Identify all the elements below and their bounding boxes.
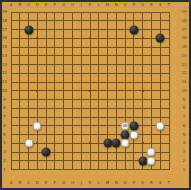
stone-white-O6: 88 — [121, 121, 130, 130]
row-label-left-7: 7 — [3, 115, 6, 119]
col-label-top-B: B — [18, 3, 21, 7]
col-label-bottom-F: F — [54, 181, 56, 185]
col-label-bottom-G: G — [62, 181, 65, 185]
stone-black-P6 — [129, 121, 138, 130]
col-label-top-M: M — [106, 3, 109, 7]
grid-hline-7 — [11, 117, 170, 118]
stone-black-M4 — [103, 139, 112, 148]
row-label-left-19: 19 — [2, 10, 7, 14]
col-label-top-A: A — [10, 3, 13, 7]
row-label-right-1: 1 — [183, 168, 186, 172]
row-label-left-5: 5 — [3, 133, 6, 137]
star-point-Q4 — [142, 142, 144, 144]
col-label-bottom-T: T — [168, 181, 170, 185]
col-label-top-F: F — [54, 3, 56, 7]
row-label-right-19: 19 — [181, 10, 186, 14]
row-label-left-3: 3 — [3, 150, 6, 154]
grid-vline-R — [151, 12, 152, 171]
col-label-bottom-Q: Q — [141, 181, 144, 185]
star-point-Q16 — [142, 37, 144, 39]
col-label-top-E: E — [45, 3, 48, 7]
row-label-left-13: 13 — [2, 63, 7, 67]
row-label-right-13: 13 — [181, 63, 186, 67]
col-label-bottom-D: D — [36, 181, 39, 185]
star-point-Q10 — [142, 90, 144, 92]
go-board[interactable]: AA1919BB1818CC1717DD1616EE1515FF1414GG13… — [2, 2, 189, 188]
col-label-top-D: D — [36, 3, 39, 7]
row-label-left-12: 12 — [2, 71, 7, 75]
col-label-bottom-K: K — [89, 181, 92, 185]
stone-white-S6 — [156, 121, 165, 130]
go-board-frame: AA1919BB1818CC1717DD1616EE1515FF1414GG13… — [0, 0, 191, 190]
stone-white-R2 — [147, 156, 156, 165]
stone-black-S16 — [156, 34, 165, 43]
row-label-right-6: 6 — [183, 124, 186, 128]
row-label-right-3: 3 — [183, 150, 186, 154]
col-label-top-O: O — [124, 3, 127, 7]
col-label-top-C: C — [27, 3, 30, 7]
col-label-bottom-M: M — [106, 181, 109, 185]
row-label-left-4: 4 — [3, 141, 6, 145]
col-label-top-J: J — [81, 3, 82, 7]
row-label-right-16: 16 — [181, 36, 186, 40]
stone-black-C17 — [24, 25, 33, 34]
grid-hline-8 — [11, 108, 170, 109]
stone-black-Q2 — [138, 156, 147, 165]
row-label-right-18: 18 — [181, 19, 186, 23]
row-label-right-15: 15 — [181, 45, 186, 49]
col-label-bottom-L: L — [98, 181, 100, 185]
grid-hline-9 — [11, 99, 170, 100]
stone-white-C4 — [24, 139, 33, 148]
stone-white-P5 — [129, 130, 138, 139]
grid-hline-3 — [11, 152, 170, 153]
grid-vline-P — [133, 12, 134, 171]
star-point-K10 — [89, 90, 91, 92]
stone-black-O5 — [121, 130, 130, 139]
col-label-top-P: P — [133, 3, 135, 7]
row-label-left-1: 1 — [3, 168, 6, 172]
col-label-bottom-H: H — [71, 181, 74, 185]
col-label-top-S: S — [159, 3, 162, 7]
row-label-left-17: 17 — [2, 28, 7, 32]
row-label-left-15: 15 — [2, 45, 7, 49]
star-point-D4 — [36, 142, 38, 144]
col-label-bottom-C: C — [27, 181, 30, 185]
row-label-left-18: 18 — [2, 19, 7, 23]
row-label-right-8: 8 — [183, 106, 186, 110]
col-label-bottom-E: E — [45, 181, 48, 185]
col-label-bottom-B: B — [18, 181, 21, 185]
col-label-top-N: N — [115, 3, 118, 7]
row-label-left-14: 14 — [2, 54, 7, 58]
row-label-right-4: 4 — [183, 141, 186, 145]
grid-hline-5 — [11, 134, 170, 135]
stone-black-E3 — [42, 148, 51, 157]
col-label-top-R: R — [150, 3, 153, 7]
row-label-right-12: 12 — [181, 71, 186, 75]
row-label-left-6: 6 — [3, 124, 6, 128]
stone-white-O4 — [121, 139, 130, 148]
col-label-bottom-O: O — [124, 181, 127, 185]
row-label-right-14: 14 — [181, 54, 186, 58]
stone-white-D6 — [33, 121, 42, 130]
row-label-left-10: 10 — [2, 89, 7, 93]
row-label-right-2: 2 — [183, 159, 186, 163]
row-label-right-5: 5 — [183, 133, 186, 137]
col-label-bottom-P: P — [133, 181, 135, 185]
row-label-left-16: 16 — [2, 36, 7, 40]
star-point-D16 — [36, 37, 38, 39]
col-label-bottom-N: N — [115, 181, 118, 185]
col-label-top-H: H — [71, 3, 74, 7]
stone-white-R3 — [147, 148, 156, 157]
stone-black-P17 — [129, 25, 138, 34]
col-label-bottom-R: R — [150, 181, 153, 185]
grid-hline-1 — [11, 169, 170, 170]
row-label-right-11: 11 — [181, 80, 186, 84]
col-label-bottom-J: J — [81, 181, 82, 185]
col-label-bottom-S: S — [159, 181, 162, 185]
col-label-top-K: K — [89, 3, 92, 7]
star-point-K16 — [89, 37, 91, 39]
row-label-left-2: 2 — [3, 159, 6, 163]
row-label-right-9: 9 — [183, 98, 186, 102]
col-label-top-Q: Q — [141, 3, 144, 7]
col-label-top-L: L — [98, 3, 100, 7]
move-number-label: 88 — [123, 124, 128, 128]
row-label-left-8: 8 — [3, 106, 6, 110]
row-label-right-7: 7 — [183, 115, 186, 119]
stone-black-N4 — [112, 139, 121, 148]
grid-vline-T — [169, 12, 170, 171]
col-label-top-T: T — [168, 3, 170, 7]
star-point-D10 — [36, 90, 38, 92]
row-label-right-10: 10 — [181, 89, 186, 93]
row-label-right-17: 17 — [181, 28, 186, 32]
row-label-left-9: 9 — [3, 98, 6, 102]
col-label-bottom-A: A — [10, 181, 13, 185]
grid-vline-L — [98, 12, 99, 171]
star-point-K4 — [89, 142, 91, 144]
row-label-left-11: 11 — [2, 80, 7, 84]
col-label-top-G: G — [62, 3, 65, 7]
